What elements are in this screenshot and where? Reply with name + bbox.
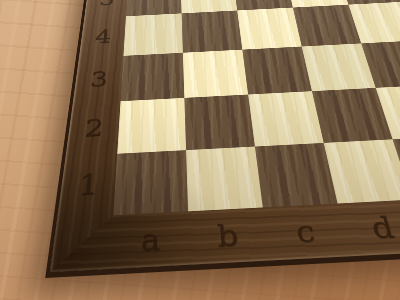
square-b2[interactable] — [184, 95, 255, 151]
rank-label-2: 2 — [67, 114, 119, 143]
file-label-b: b — [188, 216, 268, 255]
rank-label-5: 5 — [85, 0, 127, 9]
rank-label-1: 1 — [59, 168, 116, 202]
square-c2[interactable] — [248, 91, 324, 146]
square-d1[interactable] — [324, 139, 400, 203]
file-label-a: a — [111, 220, 190, 260]
square-b1[interactable] — [186, 147, 263, 212]
square-a4[interactable] — [123, 13, 182, 55]
board-squares — [113, 0, 400, 215]
square-a3[interactable] — [121, 53, 185, 101]
rank-label-3: 3 — [74, 67, 122, 92]
square-c4[interactable] — [237, 8, 302, 50]
file-label-d: d — [339, 208, 400, 247]
file-label-c: c — [264, 212, 348, 251]
square-a2[interactable] — [117, 98, 186, 154]
square-c3[interactable] — [242, 47, 312, 95]
scene: 12345678 abcdefgh — [0, 0, 400, 300]
table-surface: 12345678 abcdefgh — [0, 0, 400, 300]
square-b4[interactable] — [182, 10, 243, 52]
square-a1[interactable] — [113, 150, 188, 215]
chessboard: 12345678 abcdefgh — [50, 0, 400, 272]
rank-label-4: 4 — [80, 26, 125, 48]
square-b3[interactable] — [183, 50, 248, 98]
